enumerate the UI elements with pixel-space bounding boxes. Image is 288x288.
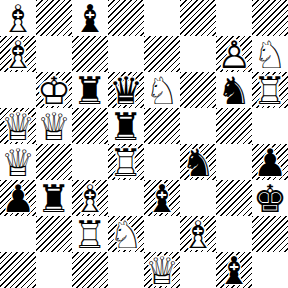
square-h5[interactable] — [252, 108, 288, 144]
white-piece-outline: ♕ — [145, 252, 179, 288]
square-d6[interactable]: ♛ — [108, 72, 144, 108]
white-piece-outline: ♕ — [37, 108, 71, 146]
square-g4[interactable] — [216, 144, 252, 180]
square-b3[interactable]: ♜ — [36, 180, 72, 216]
black-pawn-h4[interactable]: ♟ — [252, 144, 288, 180]
white-rook-c2[interactable]: ♜♖ — [72, 216, 108, 252]
square-g1[interactable]: ♝ — [216, 252, 252, 288]
black-piece-glyph: ♜ — [37, 180, 71, 218]
black-king-h3[interactable]: ♚ — [252, 180, 288, 216]
square-f4[interactable]: ♞ — [180, 144, 216, 180]
square-d5[interactable]: ♜ — [108, 108, 144, 144]
square-h4[interactable]: ♟ — [252, 144, 288, 180]
square-d7[interactable] — [108, 36, 144, 72]
square-c4[interactable] — [72, 144, 108, 180]
black-pawn-a3[interactable]: ♟ — [0, 180, 36, 216]
white-queen-e1[interactable]: ♛♕ — [144, 252, 180, 288]
square-e6[interactable]: ♞♘ — [144, 72, 180, 108]
square-b4[interactable] — [36, 144, 72, 180]
square-e3[interactable]: ♝ — [144, 180, 180, 216]
black-piece-glyph: ♝ — [217, 252, 251, 288]
square-e1[interactable]: ♛♕ — [144, 252, 180, 288]
square-a6[interactable] — [0, 72, 36, 108]
square-a8[interactable]: ♝♗ — [0, 0, 36, 36]
black-piece-glyph: ♟ — [1, 180, 35, 218]
white-bishop-c3[interactable]: ♝♗ — [72, 180, 108, 216]
black-rook-c6[interactable]: ♜ — [72, 72, 108, 108]
square-c7[interactable] — [72, 36, 108, 72]
white-knight-h7[interactable]: ♞♘ — [252, 36, 288, 72]
square-c1[interactable] — [72, 252, 108, 288]
square-e4[interactable] — [144, 144, 180, 180]
white-piece-outline: ♖ — [253, 72, 287, 110]
white-bishop-f2[interactable]: ♝♗ — [180, 216, 216, 252]
black-bishop-e3[interactable]: ♝ — [144, 180, 180, 216]
square-b1[interactable] — [36, 252, 72, 288]
black-knight-f4[interactable]: ♞ — [180, 144, 216, 180]
black-piece-glyph: ♚ — [253, 180, 287, 218]
square-h3[interactable]: ♚ — [252, 180, 288, 216]
square-d4[interactable]: ♜♖ — [108, 144, 144, 180]
white-queen-a4[interactable]: ♛♕ — [0, 144, 36, 180]
square-a1[interactable] — [0, 252, 36, 288]
white-piece-outline: ♗ — [1, 36, 35, 74]
square-c2[interactable]: ♜♖ — [72, 216, 108, 252]
square-c3[interactable]: ♝♗ — [72, 180, 108, 216]
black-piece-glyph: ♝ — [145, 180, 179, 218]
square-g3[interactable] — [216, 180, 252, 216]
white-piece-outline: ♖ — [109, 144, 143, 182]
white-rook-h6[interactable]: ♜♖ — [252, 72, 288, 108]
white-queen-b5[interactable]: ♛♕ — [36, 108, 72, 144]
square-d3[interactable] — [108, 180, 144, 216]
square-g8[interactable] — [216, 0, 252, 36]
black-queen-d6[interactable]: ♛ — [108, 72, 144, 108]
square-h1[interactable] — [252, 252, 288, 288]
square-f8[interactable] — [180, 0, 216, 36]
square-f7[interactable] — [180, 36, 216, 72]
white-pawn-g7[interactable]: ♟♙ — [216, 36, 252, 72]
square-b8[interactable] — [36, 0, 72, 36]
square-d2[interactable]: ♞♘ — [108, 216, 144, 252]
square-b2[interactable] — [36, 216, 72, 252]
square-a3[interactable]: ♟ — [0, 180, 36, 216]
black-rook-b3[interactable]: ♜ — [36, 180, 72, 216]
square-g5[interactable] — [216, 108, 252, 144]
square-f6[interactable] — [180, 72, 216, 108]
square-b6[interactable]: ♚♔ — [36, 72, 72, 108]
black-bishop-g1[interactable]: ♝ — [216, 252, 252, 288]
square-e7[interactable] — [144, 36, 180, 72]
square-g7[interactable]: ♟♙ — [216, 36, 252, 72]
black-piece-glyph: ♝ — [73, 0, 107, 38]
square-a2[interactable] — [0, 216, 36, 252]
square-a7[interactable]: ♝♗ — [0, 36, 36, 72]
white-bishop-a8[interactable]: ♝♗ — [0, 0, 36, 36]
square-g6[interactable]: ♞ — [216, 72, 252, 108]
square-b5[interactable]: ♛♕ — [36, 108, 72, 144]
square-e5[interactable] — [144, 108, 180, 144]
white-piece-outline: ♘ — [109, 216, 143, 254]
square-h8[interactable] — [252, 0, 288, 36]
square-f3[interactable] — [180, 180, 216, 216]
square-a5[interactable]: ♛♕ — [0, 108, 36, 144]
square-e2[interactable] — [144, 216, 180, 252]
white-queen-a5[interactable]: ♛♕ — [0, 108, 36, 144]
white-king-b6[interactable]: ♚♔ — [36, 72, 72, 108]
white-piece-outline: ♗ — [181, 216, 215, 254]
square-d8[interactable] — [108, 0, 144, 36]
square-h2[interactable] — [252, 216, 288, 252]
square-h6[interactable]: ♜♖ — [252, 72, 288, 108]
black-knight-g6[interactable]: ♞ — [216, 72, 252, 108]
black-piece-glyph: ♜ — [73, 72, 107, 110]
chess-board: ♝♗♝♝♗♟♙♞♘♚♔♜♛♞♘♞♜♖♛♕♛♕♜♛♕♜♖♞♟♟♜♝♗♝♚♜♖♞♘♝… — [0, 0, 288, 288]
white-rook-d4[interactable]: ♜♖ — [108, 144, 144, 180]
black-bishop-c8[interactable]: ♝ — [72, 0, 108, 36]
square-f2[interactable]: ♝♗ — [180, 216, 216, 252]
square-b7[interactable] — [36, 36, 72, 72]
square-c8[interactable]: ♝ — [72, 0, 108, 36]
white-piece-outline: ♖ — [73, 216, 107, 254]
square-f1[interactable] — [180, 252, 216, 288]
square-e8[interactable] — [144, 0, 180, 36]
black-piece-glyph: ♞ — [217, 72, 251, 110]
square-f5[interactable] — [180, 108, 216, 144]
square-d1[interactable] — [108, 252, 144, 288]
square-c6[interactable]: ♜ — [72, 72, 108, 108]
square-c5[interactable] — [72, 108, 108, 144]
square-h7[interactable]: ♞♘ — [252, 36, 288, 72]
square-a4[interactable]: ♛♕ — [0, 144, 36, 180]
white-piece-outline: ♘ — [145, 72, 179, 110]
white-knight-d2[interactable]: ♞♘ — [108, 216, 144, 252]
white-knight-e6[interactable]: ♞♘ — [144, 72, 180, 108]
white-bishop-a7[interactable]: ♝♗ — [0, 36, 36, 72]
black-rook-d5[interactable]: ♜ — [108, 108, 144, 144]
square-g2[interactable] — [216, 216, 252, 252]
black-piece-glyph: ♞ — [181, 144, 215, 182]
